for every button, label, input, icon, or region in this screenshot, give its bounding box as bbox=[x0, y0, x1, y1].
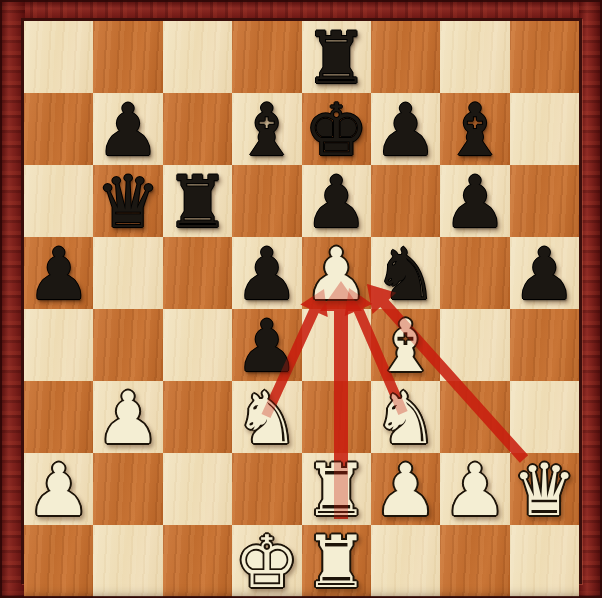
white-pawn-a2[interactable]: ♟ bbox=[26, 454, 91, 526]
square-h8[interactable] bbox=[510, 21, 579, 93]
square-b3[interactable]: ♟ bbox=[93, 381, 162, 453]
square-d2[interactable] bbox=[232, 453, 301, 525]
white-pawn-b3[interactable]: ♟ bbox=[96, 382, 161, 454]
black-bishop-g7[interactable]: ♝ bbox=[443, 94, 508, 166]
white-pawn-g2[interactable]: ♟ bbox=[443, 454, 508, 526]
square-c2[interactable] bbox=[163, 453, 232, 525]
square-f6[interactable] bbox=[371, 165, 440, 237]
square-f4[interactable]: ♝ bbox=[371, 309, 440, 381]
square-g5[interactable] bbox=[440, 237, 509, 309]
square-d5[interactable]: ♟ bbox=[232, 237, 301, 309]
black-pawn-f7[interactable]: ♟ bbox=[373, 94, 438, 166]
square-d8[interactable] bbox=[232, 21, 301, 93]
square-d7[interactable]: ♝ bbox=[232, 93, 301, 165]
square-f1[interactable] bbox=[371, 525, 440, 597]
square-d6[interactable] bbox=[232, 165, 301, 237]
black-queen-b6[interactable]: ♛ bbox=[96, 166, 161, 238]
square-f3[interactable]: ♞ bbox=[371, 381, 440, 453]
square-c4[interactable] bbox=[163, 309, 232, 381]
square-c6[interactable]: ♜ bbox=[163, 165, 232, 237]
square-c5[interactable] bbox=[163, 237, 232, 309]
black-knight-f5[interactable]: ♞ bbox=[373, 238, 438, 310]
square-c7[interactable] bbox=[163, 93, 232, 165]
square-f7[interactable]: ♟ bbox=[371, 93, 440, 165]
square-c3[interactable] bbox=[163, 381, 232, 453]
square-e2[interactable]: ♜ bbox=[302, 453, 371, 525]
square-a7[interactable] bbox=[24, 93, 93, 165]
square-a4[interactable] bbox=[24, 309, 93, 381]
square-d1[interactable]: ♚ bbox=[232, 525, 301, 597]
square-h1[interactable] bbox=[510, 525, 579, 597]
white-bishop-f4[interactable]: ♝ bbox=[373, 310, 438, 382]
square-e5[interactable]: ♟ bbox=[302, 237, 371, 309]
square-b1[interactable] bbox=[93, 525, 162, 597]
square-h5[interactable]: ♟ bbox=[510, 237, 579, 309]
square-h4[interactable] bbox=[510, 309, 579, 381]
black-pawn-h5[interactable]: ♟ bbox=[512, 238, 577, 310]
square-a1[interactable] bbox=[24, 525, 93, 597]
square-c8[interactable] bbox=[163, 21, 232, 93]
white-rook-e2[interactable]: ♜ bbox=[304, 454, 369, 526]
black-king-e7[interactable]: ♚ bbox=[304, 94, 369, 166]
black-pawn-d5[interactable]: ♟ bbox=[235, 238, 300, 310]
square-g8[interactable] bbox=[440, 21, 509, 93]
square-h3[interactable] bbox=[510, 381, 579, 453]
square-a8[interactable] bbox=[24, 21, 93, 93]
square-f5[interactable]: ♞ bbox=[371, 237, 440, 309]
square-h7[interactable] bbox=[510, 93, 579, 165]
black-pawn-d4[interactable]: ♟ bbox=[235, 310, 300, 382]
square-h2[interactable]: ♛ bbox=[510, 453, 579, 525]
white-knight-f3[interactable]: ♞ bbox=[373, 382, 438, 454]
square-a3[interactable] bbox=[24, 381, 93, 453]
black-rook-e8[interactable]: ♜ bbox=[304, 22, 369, 94]
white-queen-h2[interactable]: ♛ bbox=[512, 454, 577, 526]
square-a5[interactable]: ♟ bbox=[24, 237, 93, 309]
white-pawn-e5[interactable]: ♟ bbox=[304, 238, 369, 310]
black-bishop-d7[interactable]: ♝ bbox=[235, 94, 300, 166]
white-pawn-f2[interactable]: ♟ bbox=[373, 454, 438, 526]
square-f8[interactable] bbox=[371, 21, 440, 93]
square-a2[interactable]: ♟ bbox=[24, 453, 93, 525]
chess-board: ♜♟♝♚♟♝♛♜♟♟♟♟♟♞♟♟♝♟♞♞♟♜♟♟♛♚♜ bbox=[24, 21, 579, 581]
square-b8[interactable] bbox=[93, 21, 162, 93]
square-d3[interactable]: ♞ bbox=[232, 381, 301, 453]
square-g2[interactable]: ♟ bbox=[440, 453, 509, 525]
white-knight-d3[interactable]: ♞ bbox=[235, 382, 300, 454]
white-rook-e1[interactable]: ♜ bbox=[304, 526, 369, 598]
square-e8[interactable]: ♜ bbox=[302, 21, 371, 93]
square-g4[interactable] bbox=[440, 309, 509, 381]
square-b4[interactable] bbox=[93, 309, 162, 381]
black-pawn-b7[interactable]: ♟ bbox=[96, 94, 161, 166]
square-c1[interactable] bbox=[163, 525, 232, 597]
black-pawn-a5[interactable]: ♟ bbox=[26, 238, 91, 310]
square-g6[interactable]: ♟ bbox=[440, 165, 509, 237]
white-king-d1[interactable]: ♚ bbox=[235, 526, 300, 598]
square-h6[interactable] bbox=[510, 165, 579, 237]
square-b5[interactable] bbox=[93, 237, 162, 309]
black-pawn-e6[interactable]: ♟ bbox=[304, 166, 369, 238]
square-e6[interactable]: ♟ bbox=[302, 165, 371, 237]
frame-edge-right bbox=[579, 0, 602, 598]
square-b6[interactable]: ♛ bbox=[93, 165, 162, 237]
square-e7[interactable]: ♚ bbox=[302, 93, 371, 165]
square-b7[interactable]: ♟ bbox=[93, 93, 162, 165]
square-d4[interactable]: ♟ bbox=[232, 309, 301, 381]
square-g7[interactable]: ♝ bbox=[440, 93, 509, 165]
square-a6[interactable] bbox=[24, 165, 93, 237]
black-rook-c6[interactable]: ♜ bbox=[165, 166, 230, 238]
square-f2[interactable]: ♟ bbox=[371, 453, 440, 525]
square-g1[interactable] bbox=[440, 525, 509, 597]
square-e4[interactable] bbox=[302, 309, 371, 381]
black-pawn-g6[interactable]: ♟ bbox=[443, 166, 508, 238]
square-e1[interactable]: ♜ bbox=[302, 525, 371, 597]
chess-diagram: ♜♟♝♚♟♝♛♜♟♟♟♟♟♞♟♟♝♟♞♞♟♜♟♟♛♚♜ bbox=[0, 0, 602, 598]
square-e3[interactable] bbox=[302, 381, 371, 453]
square-g3[interactable] bbox=[440, 381, 509, 453]
square-b2[interactable] bbox=[93, 453, 162, 525]
